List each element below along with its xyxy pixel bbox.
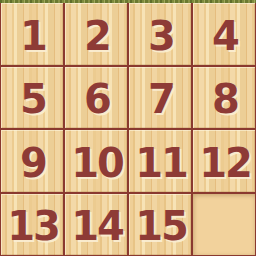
tile-number: 5 — [20, 75, 46, 119]
tile-10[interactable]: 10 — [65, 130, 127, 192]
tile-number: 10 — [71, 139, 123, 183]
tile-13[interactable]: 13 — [1, 194, 63, 256]
tile-number: 13 — [7, 202, 59, 246]
tile-number: 9 — [20, 139, 46, 183]
tile-15[interactable]: 15 — [129, 194, 191, 256]
tile-14[interactable]: 14 — [65, 194, 127, 256]
tile-2[interactable]: 2 — [65, 3, 127, 65]
tile-7[interactable]: 7 — [129, 67, 191, 129]
tile-12[interactable]: 12 — [193, 130, 255, 192]
tile-6[interactable]: 6 — [65, 67, 127, 129]
tile-number: 6 — [84, 75, 110, 119]
tile-4[interactable]: 4 — [193, 3, 255, 65]
tile-number: 2 — [84, 12, 110, 56]
empty-cell — [193, 194, 255, 256]
tile-number: 3 — [148, 12, 174, 56]
tile-number: 15 — [135, 202, 187, 246]
tile-1[interactable]: 1 — [1, 3, 63, 65]
tile-number: 11 — [135, 139, 187, 183]
fifteen-puzzle-screen: 123456789101112131415 — [0, 0, 256, 256]
tile-number: 7 — [148, 75, 174, 119]
tile-3[interactable]: 3 — [129, 3, 191, 65]
tile-8[interactable]: 8 — [193, 67, 255, 129]
tile-5[interactable]: 5 — [1, 67, 63, 129]
tile-number: 8 — [212, 75, 238, 119]
tile-number: 1 — [20, 12, 46, 56]
tile-11[interactable]: 11 — [129, 130, 191, 192]
tile-number: 4 — [212, 12, 238, 56]
tile-9[interactable]: 9 — [1, 130, 63, 192]
puzzle-board: 123456789101112131415 — [0, 3, 256, 256]
tile-number: 14 — [71, 202, 123, 246]
tile-number: 12 — [199, 139, 251, 183]
